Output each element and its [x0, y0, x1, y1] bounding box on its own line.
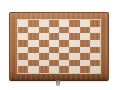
square-f1[interactable] [69, 66, 79, 73]
square-d8[interactable] [49, 20, 59, 27]
square-b3[interactable] [28, 53, 38, 60]
square-a5[interactable] [18, 40, 28, 47]
square-c6[interactable] [39, 33, 49, 40]
square-h7[interactable] [90, 27, 100, 34]
square-e6[interactable] [59, 33, 69, 40]
square-e2[interactable] [59, 60, 69, 67]
square-h3[interactable] [90, 53, 100, 60]
chess-board [9, 12, 109, 81]
square-e3[interactable] [59, 53, 69, 60]
board-grid [18, 20, 100, 73]
square-d3[interactable] [49, 53, 59, 60]
square-f7[interactable] [69, 27, 79, 34]
square-f5[interactable] [69, 40, 79, 47]
square-h8[interactable] [90, 20, 100, 27]
square-g1[interactable] [80, 66, 90, 73]
square-h1[interactable] [90, 66, 100, 73]
square-b1[interactable] [28, 66, 38, 73]
square-a1[interactable] [18, 66, 28, 73]
square-g3[interactable] [80, 53, 90, 60]
square-c4[interactable] [39, 47, 49, 54]
square-c2[interactable] [39, 60, 49, 67]
photo-background [0, 0, 120, 90]
square-h2[interactable] [90, 60, 100, 67]
square-d7[interactable] [49, 27, 59, 34]
square-d5[interactable] [49, 40, 59, 47]
square-b6[interactable] [28, 33, 38, 40]
square-d6[interactable] [49, 33, 59, 40]
square-g4[interactable] [80, 47, 90, 54]
square-c5[interactable] [39, 40, 49, 47]
square-c1[interactable] [39, 66, 49, 73]
square-a2[interactable] [18, 60, 28, 67]
square-e8[interactable] [59, 20, 69, 27]
square-f4[interactable] [69, 47, 79, 54]
clasp-knob [56, 80, 60, 86]
square-e7[interactable] [59, 27, 69, 34]
square-a7[interactable] [18, 27, 28, 34]
square-d4[interactable] [49, 47, 59, 54]
square-a8[interactable] [18, 20, 28, 27]
square-d2[interactable] [49, 60, 59, 67]
square-h4[interactable] [90, 47, 100, 54]
square-a4[interactable] [18, 47, 28, 54]
square-e4[interactable] [59, 47, 69, 54]
square-b4[interactable] [28, 47, 38, 54]
square-d1[interactable] [49, 66, 59, 73]
square-b5[interactable] [28, 40, 38, 47]
square-e1[interactable] [59, 66, 69, 73]
square-f3[interactable] [69, 53, 79, 60]
square-g8[interactable] [80, 20, 90, 27]
square-g2[interactable] [80, 60, 90, 67]
square-a3[interactable] [18, 53, 28, 60]
square-b8[interactable] [28, 20, 38, 27]
square-h5[interactable] [90, 40, 100, 47]
square-b2[interactable] [28, 60, 38, 67]
square-e5[interactable] [59, 40, 69, 47]
square-g7[interactable] [80, 27, 90, 34]
square-c7[interactable] [39, 27, 49, 34]
square-b7[interactable] [28, 27, 38, 34]
square-h6[interactable] [90, 33, 100, 40]
square-f6[interactable] [69, 33, 79, 40]
board-playing-area [17, 19, 101, 74]
square-f2[interactable] [69, 60, 79, 67]
square-f8[interactable] [69, 20, 79, 27]
square-c8[interactable] [39, 20, 49, 27]
square-c3[interactable] [39, 53, 49, 60]
square-g6[interactable] [80, 33, 90, 40]
square-a6[interactable] [18, 33, 28, 40]
square-g5[interactable] [80, 40, 90, 47]
